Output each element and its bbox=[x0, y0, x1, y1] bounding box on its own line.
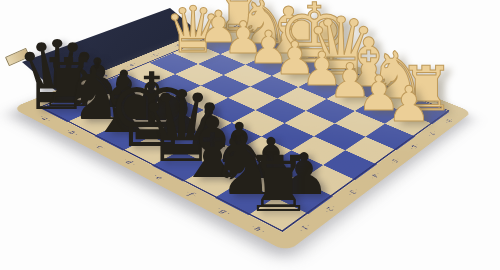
chess-piece-cream-pawn: ♟ bbox=[387, 81, 431, 130]
chess-piece-black-rook: ♜ bbox=[244, 147, 313, 224]
rank-label-5: 5 bbox=[387, 156, 403, 165]
rank-label-4: 4 bbox=[366, 171, 382, 181]
rank-label-3: 3 bbox=[344, 187, 361, 198]
chess-set-photo: aabbccddeeffgghh1122334455667788 ♜♞♝♚♛♝♞… bbox=[0, 0, 500, 270]
rank-label-6: 6 bbox=[406, 142, 421, 151]
